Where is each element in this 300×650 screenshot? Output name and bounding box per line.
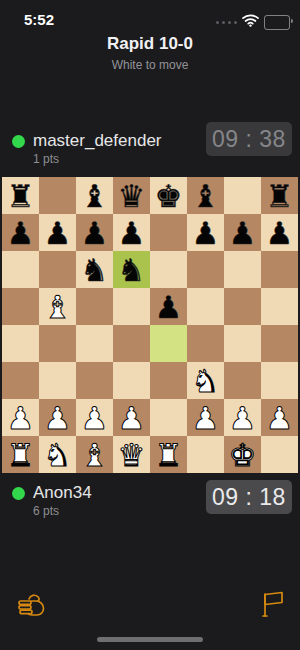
- square-c6[interactable]: ♞: [76, 251, 113, 288]
- square-e6[interactable]: [150, 251, 187, 288]
- square-d4[interactable]: [113, 325, 150, 362]
- square-f2[interactable]: ♟: [187, 399, 224, 436]
- piece-black-pawn: ♟: [150, 288, 187, 325]
- square-h5[interactable]: [261, 288, 298, 325]
- wifi-icon: [242, 13, 259, 31]
- square-g1[interactable]: ♚: [224, 436, 261, 473]
- player-row: Anon34 6 pts: [12, 483, 92, 518]
- online-status-dot: [12, 487, 25, 500]
- square-b7[interactable]: ♟: [39, 214, 76, 251]
- player-points: 6 pts: [33, 504, 92, 518]
- piece-black-knight: ♞: [113, 251, 150, 288]
- draw-hand-icon: [16, 609, 48, 624]
- square-e3[interactable]: [150, 362, 187, 399]
- square-d3[interactable]: [113, 362, 150, 399]
- app-screen: 5:52 Rapid 10-0 White to move master_def…: [0, 0, 300, 650]
- piece-white-bishop: ♝: [76, 436, 113, 473]
- piece-white-pawn: ♟: [39, 399, 76, 436]
- square-c5[interactable]: [76, 288, 113, 325]
- square-d1[interactable]: ♛: [113, 436, 150, 473]
- square-c2[interactable]: ♟: [76, 399, 113, 436]
- piece-white-queen: ♛: [113, 436, 150, 473]
- square-a2[interactable]: ♟: [2, 399, 39, 436]
- square-a4[interactable]: [2, 325, 39, 362]
- piece-white-pawn: ♟: [224, 399, 261, 436]
- square-c8[interactable]: ♝: [76, 177, 113, 214]
- piece-black-queen: ♛: [113, 177, 150, 214]
- online-status-dot: [12, 135, 25, 148]
- square-f6[interactable]: [187, 251, 224, 288]
- piece-white-rook: ♜: [2, 436, 39, 473]
- piece-black-pawn: ♟: [39, 214, 76, 251]
- piece-black-bishop: ♝: [76, 177, 113, 214]
- square-d2[interactable]: ♟: [113, 399, 150, 436]
- piece-white-pawn: ♟: [187, 399, 224, 436]
- square-b8[interactable]: [39, 177, 76, 214]
- opponent-name: master_defender: [33, 131, 162, 150]
- square-f1[interactable]: [187, 436, 224, 473]
- square-b4[interactable]: [39, 325, 76, 362]
- piece-black-rook: ♜: [2, 177, 39, 214]
- piece-black-king: ♚: [150, 177, 187, 214]
- square-b2[interactable]: ♟: [39, 399, 76, 436]
- resign-button[interactable]: [256, 588, 290, 622]
- turn-indicator: White to move: [0, 58, 300, 72]
- square-f7[interactable]: ♟: [187, 214, 224, 251]
- piece-black-pawn: ♟: [224, 214, 261, 251]
- square-g4[interactable]: [224, 325, 261, 362]
- home-indicator[interactable]: [97, 637, 203, 642]
- opponent-points: 1 pts: [33, 152, 162, 166]
- square-a8[interactable]: ♜: [2, 177, 39, 214]
- square-d7[interactable]: ♟: [113, 214, 150, 251]
- piece-white-pawn: ♟: [76, 399, 113, 436]
- square-c3[interactable]: [76, 362, 113, 399]
- square-g2[interactable]: ♟: [224, 399, 261, 436]
- square-d6[interactable]: ♞: [113, 251, 150, 288]
- piece-black-rook: ♜: [261, 177, 298, 214]
- piece-black-pawn: ♟: [187, 214, 224, 251]
- piece-white-bishop: ♝: [39, 288, 76, 325]
- status-time: 5:52: [24, 11, 54, 28]
- bottom-toolbar: [0, 588, 300, 630]
- piece-white-king: ♚: [224, 436, 261, 473]
- square-g5[interactable]: [224, 288, 261, 325]
- piece-white-pawn: ♟: [2, 399, 39, 436]
- chess-board: ♜♝♛♚♝♜♟♟♟♟♟♟♟♞♞♝♟♞♟♟♟♟♟♟♟♜♞♝♛♜♚: [2, 177, 298, 473]
- square-f4[interactable]: [187, 325, 224, 362]
- piece-white-rook: ♜: [150, 436, 187, 473]
- square-b5[interactable]: ♝: [39, 288, 76, 325]
- square-c7[interactable]: ♟: [76, 214, 113, 251]
- square-b6[interactable]: [39, 251, 76, 288]
- square-c4[interactable]: [76, 325, 113, 362]
- piece-black-pawn: ♟: [76, 214, 113, 251]
- square-h3[interactable]: [261, 362, 298, 399]
- square-g3[interactable]: [224, 362, 261, 399]
- square-e5[interactable]: ♟: [150, 288, 187, 325]
- piece-black-knight: ♞: [76, 251, 113, 288]
- player-name: Anon34: [33, 483, 92, 502]
- resign-flag-icon: [257, 610, 289, 625]
- square-b1[interactable]: ♞: [39, 436, 76, 473]
- square-a1[interactable]: ♜: [2, 436, 39, 473]
- square-e1[interactable]: ♜: [150, 436, 187, 473]
- square-e8[interactable]: ♚: [150, 177, 187, 214]
- square-h1[interactable]: [261, 436, 298, 473]
- square-f3[interactable]: ♞: [187, 362, 224, 399]
- square-f8[interactable]: ♝: [187, 177, 224, 214]
- status-icons: [216, 13, 290, 31]
- piece-black-pawn: ♟: [261, 214, 298, 251]
- player-clock: 09 : 18: [206, 480, 292, 514]
- piece-black-pawn: ♟: [2, 214, 39, 251]
- piece-black-pawn: ♟: [113, 214, 150, 251]
- piece-white-pawn: ♟: [113, 399, 150, 436]
- square-a7[interactable]: ♟: [2, 214, 39, 251]
- piece-white-pawn: ♟: [261, 399, 298, 436]
- square-d5[interactable]: [113, 288, 150, 325]
- battery-icon: [264, 15, 290, 30]
- piece-white-knight: ♞: [187, 362, 224, 399]
- square-h6[interactable]: [261, 251, 298, 288]
- square-a3[interactable]: [2, 362, 39, 399]
- piece-black-bishop: ♝: [187, 177, 224, 214]
- game-title: Rapid 10-0: [0, 34, 300, 54]
- square-b3[interactable]: [39, 362, 76, 399]
- square-h2[interactable]: ♟: [261, 399, 298, 436]
- offer-draw-button[interactable]: [15, 590, 49, 624]
- square-h7[interactable]: ♟: [261, 214, 298, 251]
- square-e4[interactable]: [150, 325, 187, 362]
- square-g8[interactable]: [224, 177, 261, 214]
- opponent-row: master_defender 1 pts: [12, 131, 162, 166]
- square-e2[interactable]: [150, 399, 187, 436]
- square-g7[interactable]: ♟: [224, 214, 261, 251]
- piece-white-knight: ♞: [39, 436, 76, 473]
- square-g6[interactable]: [224, 251, 261, 288]
- square-h4[interactable]: [261, 325, 298, 362]
- square-e7[interactable]: [150, 214, 187, 251]
- square-a5[interactable]: [2, 288, 39, 325]
- square-f5[interactable]: [187, 288, 224, 325]
- square-d8[interactable]: ♛: [113, 177, 150, 214]
- square-h8[interactable]: ♜: [261, 177, 298, 214]
- opponent-clock: 09 : 38: [206, 122, 292, 156]
- square-c1[interactable]: ♝: [76, 436, 113, 473]
- square-a6[interactable]: [2, 251, 39, 288]
- cellular-signal-icon: [216, 21, 237, 24]
